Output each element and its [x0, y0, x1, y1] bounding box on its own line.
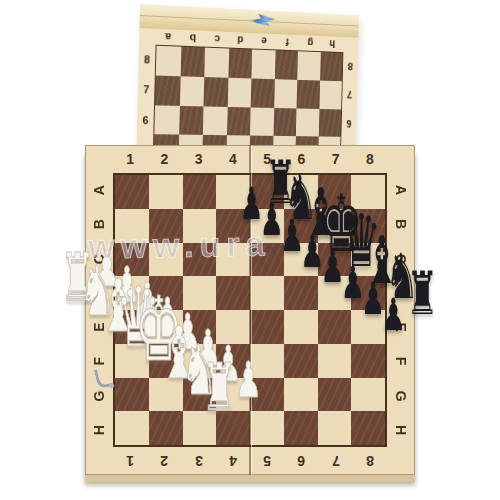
rank-label-se-4: 4: [216, 447, 250, 475]
square-e3[interactable]: [183, 310, 217, 344]
square-c1[interactable]: [115, 243, 149, 277]
box-square: [274, 50, 297, 79]
file-label-sw-B: B: [82, 210, 116, 238]
square-g3[interactable]: [183, 378, 217, 412]
brand-sticker-icon: [251, 14, 276, 27]
box-square: [203, 106, 227, 136]
square-e6[interactable]: [284, 310, 318, 344]
box-square: [297, 51, 320, 80]
rank-label-nw-6: 6: [284, 145, 318, 173]
box-square: [297, 80, 320, 109]
box-rank-label-6: 6: [341, 109, 356, 138]
square-f2[interactable]: [149, 344, 183, 378]
box-rank-label-7: 7: [342, 81, 357, 110]
square-h5[interactable]: [250, 411, 284, 445]
box-square: [156, 46, 181, 76]
file-label-sw-D: D: [82, 279, 116, 307]
file-label-ne-E: E: [384, 313, 418, 341]
box-square: [154, 105, 179, 135]
square-h1[interactable]: [115, 411, 149, 445]
box-square: [179, 76, 204, 106]
box-file-label-d: d: [228, 32, 252, 49]
square-h8[interactable]: [351, 411, 385, 445]
box-file-label-h: h: [321, 36, 344, 52]
square-d5[interactable]: [250, 276, 284, 310]
box-file-label-c: c: [205, 31, 229, 48]
box-square: [227, 78, 251, 107]
box-square: [227, 106, 251, 135]
rank-label-nw-2: 2: [147, 145, 181, 173]
box-square: [179, 105, 204, 135]
square-b5[interactable]: [250, 209, 284, 243]
square-g1[interactable]: [115, 378, 149, 412]
square-a6[interactable]: [284, 175, 318, 209]
square-e4[interactable]: [216, 310, 250, 344]
square-g6[interactable]: [284, 378, 318, 412]
square-h7[interactable]: [318, 411, 352, 445]
box-rank-label-8: 8: [343, 52, 358, 81]
file-label-ne-B: B: [384, 210, 418, 238]
square-e1[interactable]: [115, 310, 149, 344]
square-a5[interactable]: [250, 175, 284, 209]
square-h2[interactable]: [149, 411, 183, 445]
box-rank-label-7: 7: [138, 74, 155, 105]
square-c8[interactable]: [351, 243, 385, 277]
box-file-label-f: f: [275, 34, 298, 50]
box-file-label-b: b: [180, 30, 205, 47]
square-g4[interactable]: [216, 378, 250, 412]
box-square: [204, 48, 228, 78]
square-f4[interactable]: [216, 344, 250, 378]
rank-label-se-2: 2: [147, 447, 181, 475]
square-a8[interactable]: [351, 175, 385, 209]
square-a1[interactable]: [115, 175, 149, 209]
square-a7[interactable]: [318, 175, 352, 209]
rank-label-nw-7: 7: [319, 145, 353, 173]
box-rank-label-8: 8: [138, 44, 155, 75]
box-square: [251, 78, 275, 107]
square-d2[interactable]: [149, 276, 183, 310]
square-h3[interactable]: [183, 411, 217, 445]
square-f1[interactable]: [115, 344, 149, 378]
square-a2[interactable]: [149, 175, 183, 209]
square-f7[interactable]: [318, 344, 352, 378]
square-e5[interactable]: [250, 310, 284, 344]
file-label-ne-G: G: [384, 382, 418, 410]
square-d4[interactable]: [216, 276, 250, 310]
rank-label-nw-8: 8: [353, 145, 387, 173]
square-f5[interactable]: [250, 344, 284, 378]
rank-label-se-6: 6: [284, 447, 318, 475]
square-f8[interactable]: [351, 344, 385, 378]
square-e2[interactable]: [149, 310, 183, 344]
box-square: [318, 109, 341, 137]
square-d6[interactable]: [284, 276, 318, 310]
square-e7[interactable]: [318, 310, 352, 344]
square-g5[interactable]: [250, 378, 284, 412]
file-label-ne-A: A: [384, 176, 418, 204]
rank-label-se-3: 3: [182, 447, 216, 475]
square-c4[interactable]: [216, 243, 250, 277]
square-b8[interactable]: [351, 209, 385, 243]
product-photo-chess-set: abcdefgh 8765 8765 12345678 12345678 ABC…: [0, 0, 500, 500]
file-label-ne-H: H: [384, 416, 418, 444]
square-e8[interactable]: [351, 310, 385, 344]
square-b4[interactable]: [216, 209, 250, 243]
rank-label-nw-5: 5: [250, 145, 284, 173]
box-rank-label-6: 6: [137, 104, 154, 134]
rank-label-nw-3: 3: [182, 145, 216, 173]
square-g2[interactable]: [149, 378, 183, 412]
square-h6[interactable]: [284, 411, 318, 445]
file-label-sw-H: H: [82, 416, 116, 444]
file-label-sw-A: A: [82, 176, 116, 204]
rank-label-se-1: 1: [113, 447, 147, 475]
square-d7[interactable]: [318, 276, 352, 310]
rank-label-se-5: 5: [250, 447, 284, 475]
box-square: [296, 108, 319, 137]
box-square: [251, 49, 275, 78]
rank-label-se-7: 7: [319, 447, 353, 475]
square-a4[interactable]: [216, 175, 250, 209]
box-square: [155, 75, 180, 105]
box-square: [274, 79, 297, 108]
file-label-sw-C: C: [82, 245, 116, 273]
file-labels-sw-edge: ABCDEFGH: [85, 173, 113, 447]
square-g7[interactable]: [318, 378, 352, 412]
box-square: [204, 77, 228, 107]
square-b7[interactable]: [318, 209, 352, 243]
file-label-ne-F: F: [384, 347, 418, 375]
square-d3[interactable]: [183, 276, 217, 310]
rank-label-nw-4: 4: [216, 145, 250, 173]
box-square: [319, 80, 342, 109]
box-file-label-a: a: [156, 29, 181, 46]
square-f3[interactable]: [183, 344, 217, 378]
box-square: [273, 108, 296, 137]
square-c5[interactable]: [250, 243, 284, 277]
rank-label-nw-1: 1: [113, 145, 147, 173]
rank-label-se-8: 8: [353, 447, 387, 475]
square-b2[interactable]: [149, 209, 183, 243]
file-labels-ne-edge: ABCDEFGH: [387, 173, 415, 447]
box-square: [228, 49, 252, 79]
square-d8[interactable]: [351, 276, 385, 310]
open-chess-board: 12345678 12345678 ABCDEFGH ABCDEFGH: [85, 145, 415, 475]
file-label-ne-C: C: [384, 245, 418, 273]
square-c2[interactable]: [149, 243, 183, 277]
file-label-sw-E: E: [82, 313, 116, 341]
box-square: [250, 107, 274, 136]
square-f6[interactable]: [284, 344, 318, 378]
square-b3[interactable]: [183, 209, 217, 243]
square-b6[interactable]: [284, 209, 318, 243]
square-c7[interactable]: [318, 243, 352, 277]
box-file-label-e: e: [252, 33, 276, 49]
square-b1[interactable]: [115, 209, 149, 243]
box-square: [180, 47, 205, 77]
fold-seam: [249, 145, 251, 475]
square-d1[interactable]: [115, 276, 149, 310]
square-c6[interactable]: [284, 243, 318, 277]
file-label-ne-D: D: [384, 279, 418, 307]
box-square: [320, 52, 343, 81]
box-file-label-g: g: [298, 35, 321, 51]
square-h4[interactable]: [216, 411, 250, 445]
square-g8[interactable]: [351, 378, 385, 412]
square-c3[interactable]: [183, 243, 217, 277]
square-a3[interactable]: [183, 175, 217, 209]
